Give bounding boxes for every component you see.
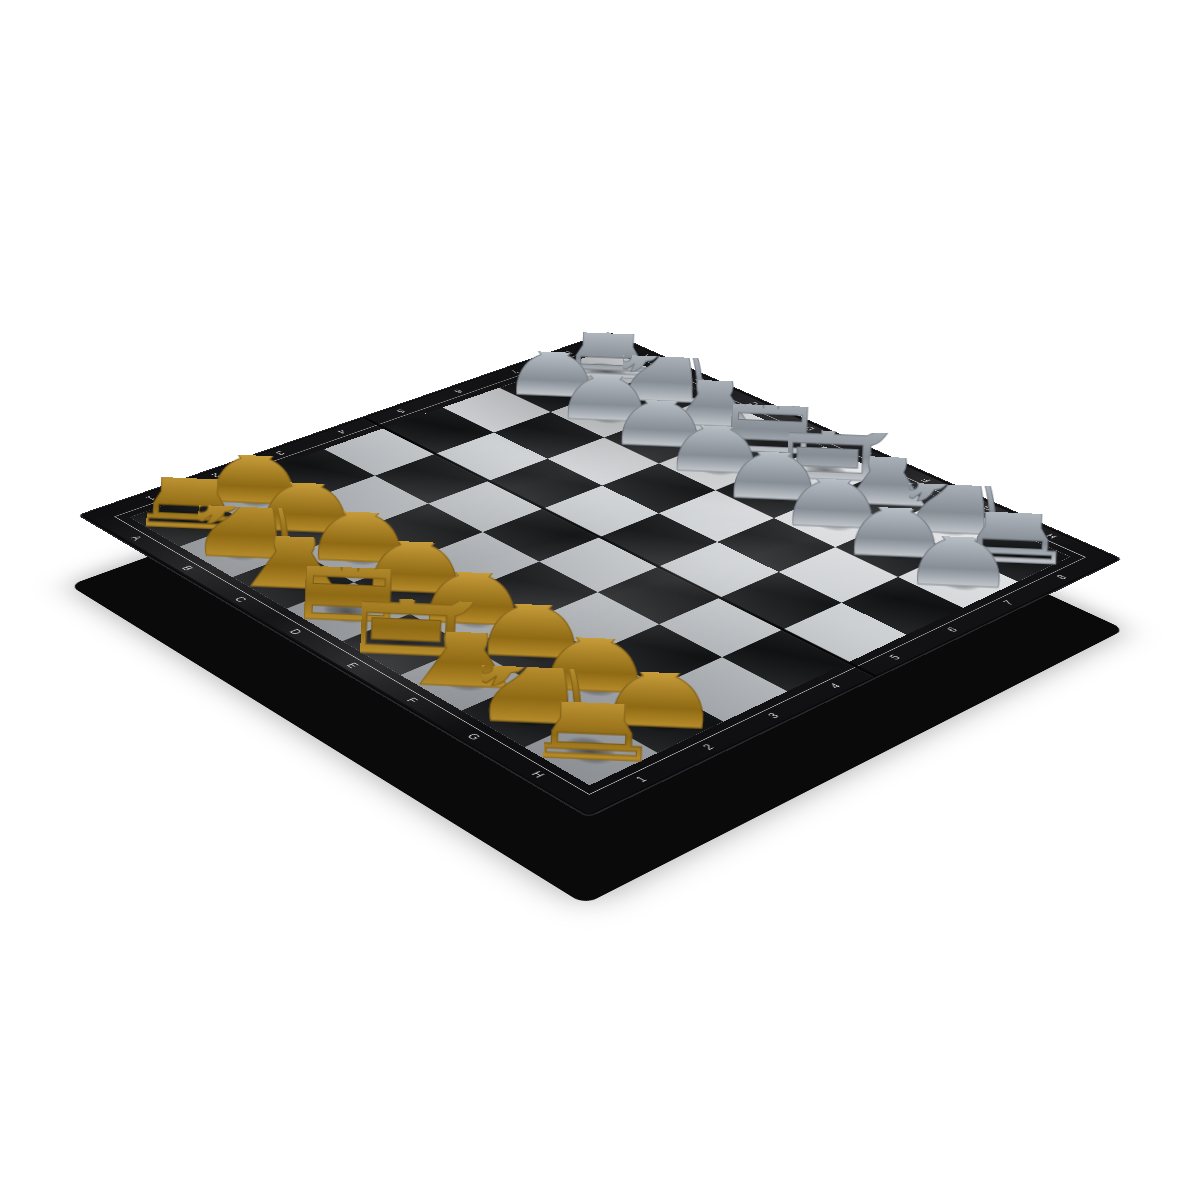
board-stage: ♜♞♝♛♚♝♞♜♟♟♟♟♟♟♟♟♟♟♟♟♟♟♟♟♜♞♝♛♚♝♞♜ ABCDEFG… xyxy=(0,0,1200,1200)
camera-tilt: ♜♞♝♛♚♝♞♜♟♟♟♟♟♟♟♟♟♟♟♟♟♟♟♟♜♞♝♛♚♝♞♜ ABCDEFG… xyxy=(0,0,1200,1200)
chess-board: ♜♞♝♛♚♝♞♜♟♟♟♟♟♟♟♟♟♟♟♟♟♟♟♟♜♞♝♛♚♝♞♜ ABCDEFG… xyxy=(77,332,1123,818)
chess-set-photo: ♜♞♝♛♚♝♞♜♟♟♟♟♟♟♟♟♟♟♟♟♟♟♟♟♜♞♝♛♚♝♞♜ ABCDEFG… xyxy=(0,0,1200,1200)
board-face: ♜♞♝♛♚♝♞♜♟♟♟♟♟♟♟♟♟♟♟♟♟♟♟♟♜♞♝♛♚♝♞♜ ABCDEFG… xyxy=(77,332,1123,818)
